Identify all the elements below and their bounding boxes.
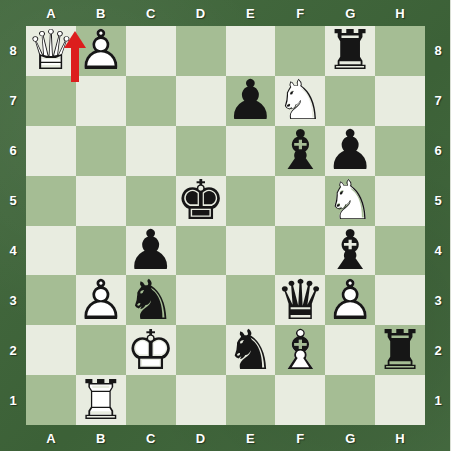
square-d4[interactable] bbox=[176, 226, 226, 276]
square-a4[interactable] bbox=[26, 226, 76, 276]
white-king-icon: ♚♔ bbox=[126, 325, 176, 375]
square-a1[interactable] bbox=[26, 375, 76, 425]
piece-solid: ♟ bbox=[226, 76, 276, 126]
square-h1[interactable] bbox=[375, 375, 425, 425]
square-d5[interactable]: ♚ bbox=[176, 176, 226, 226]
square-d7[interactable] bbox=[176, 76, 226, 126]
square-f1[interactable] bbox=[275, 375, 325, 425]
square-h4[interactable] bbox=[375, 226, 425, 276]
square-f6[interactable]: ♝ bbox=[275, 126, 325, 176]
piece-outline: ♕ bbox=[26, 26, 76, 76]
rank-label: 8 bbox=[0, 26, 26, 76]
white-bishop-icon: ♝♗ bbox=[275, 325, 325, 375]
black-rook-icon: ♜ bbox=[325, 26, 375, 76]
square-f2[interactable]: ♝♗ bbox=[275, 325, 325, 375]
square-g1[interactable] bbox=[325, 375, 375, 425]
square-b3[interactable]: ♟♙ bbox=[76, 275, 126, 325]
rank-label: 5 bbox=[425, 176, 451, 226]
white-pawn-icon: ♟♙ bbox=[76, 26, 126, 76]
square-b5[interactable] bbox=[76, 176, 126, 226]
square-g8[interactable]: ♜ bbox=[325, 26, 375, 76]
square-h8[interactable] bbox=[375, 26, 425, 76]
file-label: F bbox=[275, 425, 325, 451]
file-label: C bbox=[126, 0, 176, 26]
rank-labels-left: 87654321 bbox=[0, 26, 26, 425]
piece-solid: ♞ bbox=[226, 325, 276, 375]
square-h2[interactable]: ♜ bbox=[375, 325, 425, 375]
piece-solid: ♜ bbox=[325, 26, 375, 76]
file-label: C bbox=[126, 425, 176, 451]
rank-label: 4 bbox=[425, 226, 451, 276]
square-e1[interactable] bbox=[226, 375, 276, 425]
square-e2[interactable]: ♞ bbox=[226, 325, 276, 375]
piece-outline: ♖ bbox=[76, 375, 126, 425]
square-c2[interactable]: ♚♔ bbox=[126, 325, 176, 375]
rank-label: 1 bbox=[0, 375, 26, 425]
rank-label: 5 bbox=[0, 176, 26, 226]
square-a2[interactable] bbox=[26, 325, 76, 375]
square-e7[interactable]: ♟ bbox=[226, 76, 276, 126]
piece-outline: ♙ bbox=[325, 275, 375, 325]
square-a8[interactable]: ♛♕ bbox=[26, 26, 76, 76]
white-queen-icon: ♛♕ bbox=[26, 26, 76, 76]
square-a5[interactable] bbox=[26, 176, 76, 226]
piece-solid: ♜ bbox=[375, 325, 425, 375]
piece-outline: ♔ bbox=[126, 325, 176, 375]
rank-label: 4 bbox=[0, 226, 26, 276]
square-c1[interactable] bbox=[126, 375, 176, 425]
file-label: H bbox=[375, 0, 425, 26]
chess-board-frame: ABCDEFGH ABCDEFGH 87654321 87654321 ♛♕♟♙… bbox=[0, 0, 451, 451]
square-e6[interactable] bbox=[226, 126, 276, 176]
square-a3[interactable] bbox=[26, 275, 76, 325]
piece-solid: ♝ bbox=[275, 126, 325, 176]
file-label: A bbox=[26, 425, 76, 451]
square-d2[interactable] bbox=[176, 325, 226, 375]
square-g3[interactable]: ♟♙ bbox=[325, 275, 375, 325]
square-b8[interactable]: ♟♙ bbox=[76, 26, 126, 76]
piece-outline: ♗ bbox=[275, 325, 325, 375]
square-a6[interactable] bbox=[26, 126, 76, 176]
square-c7[interactable] bbox=[126, 76, 176, 126]
black-knight-icon: ♞ bbox=[226, 325, 276, 375]
square-e5[interactable] bbox=[226, 176, 276, 226]
file-label: G bbox=[325, 425, 375, 451]
square-d8[interactable] bbox=[176, 26, 226, 76]
black-king-icon: ♚ bbox=[176, 176, 226, 226]
rank-label: 1 bbox=[425, 375, 451, 425]
rank-label: 7 bbox=[0, 76, 26, 126]
file-label: E bbox=[226, 425, 276, 451]
square-d3[interactable] bbox=[176, 275, 226, 325]
rank-label: 8 bbox=[425, 26, 451, 76]
piece-outline: ♙ bbox=[76, 26, 126, 76]
square-c6[interactable] bbox=[126, 126, 176, 176]
square-h6[interactable] bbox=[375, 126, 425, 176]
black-rook-icon: ♜ bbox=[375, 325, 425, 375]
rank-label: 6 bbox=[425, 126, 451, 176]
square-g2[interactable] bbox=[325, 325, 375, 375]
square-h7[interactable] bbox=[375, 76, 425, 126]
file-label: F bbox=[275, 0, 325, 26]
file-label: D bbox=[176, 0, 226, 26]
square-b7[interactable] bbox=[76, 76, 126, 126]
rank-label: 6 bbox=[0, 126, 26, 176]
piece-outline: ♙ bbox=[76, 275, 126, 325]
black-pawn-icon: ♟ bbox=[226, 76, 276, 126]
rank-label: 2 bbox=[425, 325, 451, 375]
white-pawn-icon: ♟♙ bbox=[325, 275, 375, 325]
file-label: D bbox=[176, 425, 226, 451]
square-a7[interactable] bbox=[26, 76, 76, 126]
black-bishop-icon: ♝ bbox=[275, 126, 325, 176]
square-c8[interactable] bbox=[126, 26, 176, 76]
white-rook-icon: ♜♖ bbox=[76, 375, 126, 425]
square-b1[interactable]: ♜♖ bbox=[76, 375, 126, 425]
board: ♛♕♟♙♜♟♞♘♝♟♚♞♘♟♝♟♙♞♛♟♙♚♔♞♝♗♜♜♖ bbox=[26, 26, 425, 425]
rank-labels-right: 87654321 bbox=[425, 26, 451, 425]
square-f5[interactable] bbox=[275, 176, 325, 226]
square-b6[interactable] bbox=[76, 126, 126, 176]
rank-label: 3 bbox=[425, 275, 451, 325]
square-h5[interactable] bbox=[375, 176, 425, 226]
square-d1[interactable] bbox=[176, 375, 226, 425]
rank-label: 3 bbox=[0, 275, 26, 325]
file-label: H bbox=[375, 425, 425, 451]
piece-solid: ♚ bbox=[176, 176, 226, 226]
white-pawn-icon: ♟♙ bbox=[76, 275, 126, 325]
rank-label: 2 bbox=[0, 325, 26, 375]
square-e4[interactable] bbox=[226, 226, 276, 276]
rank-label: 7 bbox=[425, 76, 451, 126]
file-label: E bbox=[226, 0, 276, 26]
